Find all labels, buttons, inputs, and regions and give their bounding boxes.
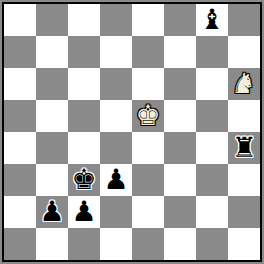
square-e4[interactable] [132,132,164,164]
board-frame: ♝♞♚♜♚♟♟♟ [0,0,264,264]
square-f2[interactable] [164,196,196,228]
square-c4[interactable] [68,132,100,164]
square-d7[interactable] [100,36,132,68]
square-f6[interactable] [164,68,196,100]
piece-black-pawn[interactable]: ♟ [71,196,96,228]
square-h4[interactable]: ♜ [228,132,260,164]
square-e8[interactable] [132,4,164,36]
square-e6[interactable] [132,68,164,100]
square-b2[interactable]: ♟ [36,196,68,228]
piece-black-rook[interactable]: ♜ [231,132,256,164]
square-b6[interactable] [36,68,68,100]
piece-black-king[interactable]: ♚ [71,164,96,196]
square-a5[interactable] [4,100,36,132]
square-h1[interactable] [228,228,260,260]
square-a8[interactable] [4,4,36,36]
square-g7[interactable] [196,36,228,68]
square-a7[interactable] [4,36,36,68]
square-a3[interactable] [4,164,36,196]
square-g4[interactable] [196,132,228,164]
square-h6[interactable]: ♞ [228,68,260,100]
square-d8[interactable] [100,4,132,36]
piece-white-king[interactable]: ♚ [135,100,160,132]
square-e3[interactable] [132,164,164,196]
square-f7[interactable] [164,36,196,68]
square-f8[interactable] [164,4,196,36]
piece-black-pawn[interactable]: ♟ [103,164,128,196]
square-c3[interactable]: ♚ [68,164,100,196]
square-h8[interactable] [228,4,260,36]
square-a6[interactable] [4,68,36,100]
square-c6[interactable] [68,68,100,100]
square-g8[interactable]: ♝ [196,4,228,36]
square-e1[interactable] [132,228,164,260]
piece-white-knight[interactable]: ♞ [231,68,256,100]
square-c1[interactable] [68,228,100,260]
square-f3[interactable] [164,164,196,196]
square-b8[interactable] [36,4,68,36]
square-b4[interactable] [36,132,68,164]
square-b3[interactable] [36,164,68,196]
square-d3[interactable]: ♟ [100,164,132,196]
square-g1[interactable] [196,228,228,260]
square-f5[interactable] [164,100,196,132]
square-d4[interactable] [100,132,132,164]
square-f1[interactable] [164,228,196,260]
square-c5[interactable] [68,100,100,132]
square-b5[interactable] [36,100,68,132]
square-e2[interactable] [132,196,164,228]
square-c7[interactable] [68,36,100,68]
square-g2[interactable] [196,196,228,228]
square-d1[interactable] [100,228,132,260]
square-g3[interactable] [196,164,228,196]
square-a2[interactable] [4,196,36,228]
square-e7[interactable] [132,36,164,68]
chess-board: ♝♞♚♜♚♟♟♟ [2,2,262,262]
piece-black-bishop[interactable]: ♝ [199,4,224,36]
square-h2[interactable] [228,196,260,228]
square-b1[interactable] [36,228,68,260]
square-c8[interactable] [68,4,100,36]
square-c2[interactable]: ♟ [68,196,100,228]
square-e5[interactable]: ♚ [132,100,164,132]
square-h3[interactable] [228,164,260,196]
square-g6[interactable] [196,68,228,100]
square-d2[interactable] [100,196,132,228]
square-f4[interactable] [164,132,196,164]
square-a4[interactable] [4,132,36,164]
square-d5[interactable] [100,100,132,132]
square-b7[interactable] [36,36,68,68]
square-h7[interactable] [228,36,260,68]
square-h5[interactable] [228,100,260,132]
square-d6[interactable] [100,68,132,100]
square-a1[interactable] [4,228,36,260]
piece-black-pawn[interactable]: ♟ [39,196,64,228]
square-g5[interactable] [196,100,228,132]
